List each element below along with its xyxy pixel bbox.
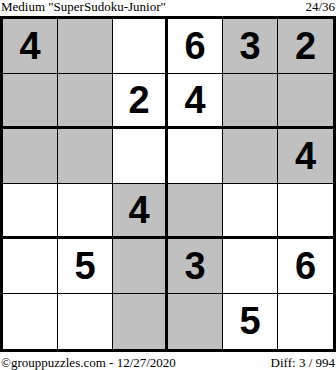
cell-r6c2[interactable] — [58, 294, 113, 349]
cell-r2c6[interactable] — [278, 74, 333, 129]
difficulty-text: Diff: 3 / 994 — [271, 355, 335, 370]
cell-r6c1[interactable] — [3, 294, 58, 349]
puzzle-header: Medium "SuperSudoku-Junior" 24/36 — [0, 0, 336, 16]
cell-r1c6[interactable]: 2 — [278, 19, 333, 74]
cell-r5c1[interactable] — [3, 239, 58, 294]
cell-r6c3[interactable] — [113, 294, 168, 349]
cell-r2c5[interactable] — [223, 74, 278, 129]
cell-r3c2[interactable] — [58, 129, 113, 184]
cell-r4c4[interactable] — [168, 184, 223, 239]
cell-r5c6[interactable]: 6 — [278, 239, 333, 294]
cell-r6c5[interactable]: 5 — [223, 294, 278, 349]
cell-r1c4[interactable]: 6 — [168, 19, 223, 74]
cell-r4c3[interactable]: 4 — [113, 184, 168, 239]
cell-r5c5[interactable] — [223, 239, 278, 294]
cell-r5c3[interactable] — [113, 239, 168, 294]
cell-r5c2[interactable]: 5 — [58, 239, 113, 294]
cell-r3c5[interactable] — [223, 129, 278, 184]
cell-r2c3[interactable]: 2 — [113, 74, 168, 129]
cell-r3c4[interactable] — [168, 129, 223, 184]
cell-r3c3[interactable] — [113, 129, 168, 184]
cell-r4c1[interactable] — [3, 184, 58, 239]
cell-r6c4[interactable] — [168, 294, 223, 349]
cell-r6c6[interactable] — [278, 294, 333, 349]
cell-r2c2[interactable] — [58, 74, 113, 129]
cell-r3c6[interactable]: 4 — [278, 129, 333, 184]
cell-r5c4[interactable]: 3 — [168, 239, 223, 294]
sudoku-board: 463224445365 — [0, 16, 336, 352]
cell-r2c4[interactable]: 4 — [168, 74, 223, 129]
puzzle-footer: ©grouppuzzles.com - 12/27/2020 Diff: 3 /… — [0, 352, 336, 370]
cell-r3c1[interactable] — [3, 129, 58, 184]
cell-r1c1[interactable]: 4 — [3, 19, 58, 74]
cell-r4c6[interactable] — [278, 184, 333, 239]
cell-r2c1[interactable] — [3, 74, 58, 129]
copyright-text: ©grouppuzzles.com - 12/27/2020 — [1, 355, 176, 370]
cell-counter: 24/36 — [305, 0, 335, 14]
puzzle-title: Medium "SuperSudoku-Junior" — [1, 0, 166, 14]
cell-r1c5[interactable]: 3 — [223, 19, 278, 74]
cell-r1c2[interactable] — [58, 19, 113, 74]
cell-r4c2[interactable] — [58, 184, 113, 239]
cell-r4c5[interactable] — [223, 184, 278, 239]
cell-r1c3[interactable] — [113, 19, 168, 74]
